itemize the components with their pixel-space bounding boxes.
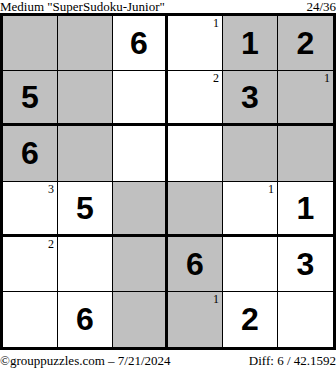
cell-r2c5[interactable]: 3 [223,71,278,126]
cell-r4c4[interactable] [168,182,223,237]
cell-value: 6 [186,248,204,280]
cell-r6c4[interactable]: 1 [168,292,223,347]
cell-r1c2[interactable] [58,16,113,71]
cell-r6c1[interactable] [3,292,58,347]
pencil-mark: 1 [324,71,330,85]
cell-value: 6 [21,137,39,169]
cell-r1c4[interactable]: 1 [168,16,223,71]
sudoku-grid: 6112523163511263612 [0,13,336,350]
cell-r5c6[interactable]: 3 [278,237,333,292]
progress-counter: 24/36 [306,0,336,13]
cell-r4c2[interactable]: 5 [58,182,113,237]
difficulty-text: Diff: 6 / 42.1592 [249,353,336,369]
cell-r5c2[interactable] [58,237,113,292]
cell-r6c6[interactable] [278,292,333,347]
cell-r2c6[interactable]: 1 [278,71,333,126]
cell-r2c1[interactable]: 5 [3,71,58,126]
puzzle-title: Medium "SuperSudoku-Junior" [0,0,165,13]
cell-r1c5[interactable]: 1 [223,16,278,71]
cell-r3c4[interactable] [168,126,223,181]
footer: ©grouppuzzles.com – 7/21/2024 Diff: 6 / … [0,350,336,370]
cell-r4c1[interactable]: 3 [3,182,58,237]
puzzle-page: Medium "SuperSudoku-Junior" 24/36 611252… [0,0,336,370]
cell-r2c4[interactable]: 2 [168,71,223,126]
cell-r5c5[interactable] [223,237,278,292]
cell-r1c3[interactable]: 6 [113,16,168,71]
cell-r4c6[interactable]: 1 [278,182,333,237]
cell-r3c5[interactable] [223,126,278,181]
pencil-mark: 2 [48,237,54,251]
cell-value: 6 [130,27,148,59]
header: Medium "SuperSudoku-Junior" 24/36 [0,0,336,13]
cell-value: 1 [241,27,259,59]
cell-value: 3 [297,248,315,280]
cell-r2c3[interactable] [113,71,168,126]
pencil-mark: 1 [213,292,219,306]
cell-r6c3[interactable] [113,292,168,347]
pencil-mark: 1 [213,16,219,30]
pencil-mark: 1 [268,182,274,196]
cell-value: 2 [241,303,259,335]
cell-r1c6[interactable]: 2 [278,16,333,71]
cell-r3c1[interactable]: 6 [3,126,58,181]
cell-r3c3[interactable] [113,126,168,181]
cell-r6c2[interactable]: 6 [58,292,113,347]
pencil-mark: 2 [213,71,219,85]
cell-value: 3 [241,81,259,113]
cell-r1c1[interactable] [3,16,58,71]
cell-value: 1 [297,192,315,224]
pencil-mark: 3 [48,182,54,196]
cell-r4c3[interactable] [113,182,168,237]
cell-r3c6[interactable] [278,126,333,181]
cell-value: 6 [76,303,94,335]
cell-r3c2[interactable] [58,126,113,181]
cell-value: 5 [21,81,39,113]
cell-value: 2 [297,27,315,59]
cell-r5c4[interactable]: 6 [168,237,223,292]
cell-value: 5 [76,192,94,224]
cell-r4c5[interactable]: 1 [223,182,278,237]
copyright-text: ©grouppuzzles.com – 7/21/2024 [0,353,171,369]
cell-r5c1[interactable]: 2 [3,237,58,292]
cell-r6c5[interactable]: 2 [223,292,278,347]
cell-r5c3[interactable] [113,237,168,292]
cell-r2c2[interactable] [58,71,113,126]
